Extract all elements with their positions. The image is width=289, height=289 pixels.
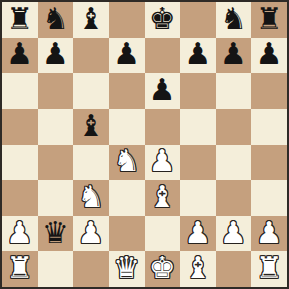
square-f8[interactable]	[180, 2, 216, 38]
square-a7[interactable]: ♟	[2, 38, 38, 74]
square-f5[interactable]	[180, 109, 216, 145]
square-c3[interactable]: ♞	[73, 180, 109, 216]
square-d2[interactable]	[109, 216, 145, 252]
square-f3[interactable]	[180, 180, 216, 216]
piece-black-pawn[interactable]: ♟	[256, 39, 283, 69]
square-c7[interactable]	[73, 38, 109, 74]
square-g3[interactable]	[216, 180, 252, 216]
square-c1[interactable]	[73, 251, 109, 287]
square-e8[interactable]: ♚	[145, 2, 181, 38]
square-b8[interactable]: ♞	[38, 2, 74, 38]
piece-white-pawn[interactable]: ♟	[6, 218, 33, 248]
piece-black-knight[interactable]: ♞	[42, 4, 69, 34]
piece-black-pawn[interactable]: ♟	[184, 39, 211, 69]
square-g5[interactable]	[216, 109, 252, 145]
square-h7[interactable]: ♟	[251, 38, 287, 74]
square-d5[interactable]	[109, 109, 145, 145]
square-c5[interactable]: ♝	[73, 109, 109, 145]
square-f4[interactable]	[180, 145, 216, 181]
piece-white-pawn[interactable]: ♟	[220, 218, 247, 248]
square-b7[interactable]: ♟	[38, 38, 74, 74]
piece-white-pawn[interactable]: ♟	[184, 218, 211, 248]
square-e7[interactable]	[145, 38, 181, 74]
square-e2[interactable]	[145, 216, 181, 252]
piece-black-pawn[interactable]: ♟	[149, 75, 176, 105]
square-b2[interactable]: ♛	[38, 216, 74, 252]
piece-white-knight[interactable]: ♞	[78, 182, 105, 212]
square-d1[interactable]: ♛	[109, 251, 145, 287]
square-e4[interactable]: ♟	[145, 145, 181, 181]
square-d8[interactable]	[109, 2, 145, 38]
piece-black-pawn[interactable]: ♟	[220, 39, 247, 69]
square-h1[interactable]: ♜	[251, 251, 287, 287]
square-g8[interactable]: ♞	[216, 2, 252, 38]
piece-black-pawn[interactable]: ♟	[42, 39, 69, 69]
square-a6[interactable]	[2, 73, 38, 109]
piece-white-bishop[interactable]: ♝	[184, 253, 211, 283]
piece-white-queen[interactable]: ♛	[113, 253, 140, 283]
square-b6[interactable]	[38, 73, 74, 109]
square-b5[interactable]	[38, 109, 74, 145]
piece-white-bishop[interactable]: ♝	[149, 182, 176, 212]
square-h8[interactable]: ♜	[251, 2, 287, 38]
square-g1[interactable]	[216, 251, 252, 287]
square-a1[interactable]: ♜	[2, 251, 38, 287]
square-e5[interactable]	[145, 109, 181, 145]
square-e1[interactable]: ♚	[145, 251, 181, 287]
square-d7[interactable]: ♟	[109, 38, 145, 74]
square-c2[interactable]: ♟	[73, 216, 109, 252]
square-g2[interactable]: ♟	[216, 216, 252, 252]
square-b4[interactable]	[38, 145, 74, 181]
square-a3[interactable]	[2, 180, 38, 216]
square-e3[interactable]: ♝	[145, 180, 181, 216]
piece-black-king[interactable]: ♚	[149, 4, 176, 34]
square-b1[interactable]	[38, 251, 74, 287]
piece-black-bishop[interactable]: ♝	[78, 111, 105, 141]
square-d6[interactable]	[109, 73, 145, 109]
square-f6[interactable]	[180, 73, 216, 109]
chess-board: ♜♞♝♚♞♜♟♟♟♟♟♟♟♝♞♟♞♝♟♛♟♟♟♟♜♛♚♝♜	[2, 2, 287, 287]
piece-black-bishop[interactable]: ♝	[78, 4, 105, 34]
piece-white-pawn[interactable]: ♟	[256, 218, 283, 248]
square-g6[interactable]	[216, 73, 252, 109]
square-c8[interactable]: ♝	[73, 2, 109, 38]
square-a5[interactable]	[2, 109, 38, 145]
square-f2[interactable]: ♟	[180, 216, 216, 252]
piece-white-king[interactable]: ♚	[149, 253, 176, 283]
square-f1[interactable]: ♝	[180, 251, 216, 287]
square-h3[interactable]	[251, 180, 287, 216]
piece-black-pawn[interactable]: ♟	[6, 39, 33, 69]
piece-black-rook[interactable]: ♜	[256, 4, 283, 34]
piece-white-rook[interactable]: ♜	[256, 253, 283, 283]
chess-board-frame: ♜♞♝♚♞♜♟♟♟♟♟♟♟♝♞♟♞♝♟♛♟♟♟♟♜♛♚♝♜	[0, 0, 289, 289]
square-c6[interactable]	[73, 73, 109, 109]
square-h2[interactable]: ♟	[251, 216, 287, 252]
square-f7[interactable]: ♟	[180, 38, 216, 74]
piece-black-pawn[interactable]: ♟	[113, 39, 140, 69]
piece-black-queen[interactable]: ♛	[42, 218, 69, 248]
piece-white-pawn[interactable]: ♟	[149, 146, 176, 176]
piece-white-rook[interactable]: ♜	[6, 253, 33, 283]
square-h4[interactable]	[251, 145, 287, 181]
piece-black-knight[interactable]: ♞	[220, 4, 247, 34]
piece-black-rook[interactable]: ♜	[6, 4, 33, 34]
square-d4[interactable]: ♞	[109, 145, 145, 181]
square-c4[interactable]	[73, 145, 109, 181]
square-g4[interactable]	[216, 145, 252, 181]
square-b3[interactable]	[38, 180, 74, 216]
square-a2[interactable]: ♟	[2, 216, 38, 252]
piece-white-knight[interactable]: ♞	[113, 146, 140, 176]
square-a4[interactable]	[2, 145, 38, 181]
square-h5[interactable]	[251, 109, 287, 145]
square-e6[interactable]: ♟	[145, 73, 181, 109]
piece-white-pawn[interactable]: ♟	[78, 218, 105, 248]
square-h6[interactable]	[251, 73, 287, 109]
square-d3[interactable]	[109, 180, 145, 216]
square-g7[interactable]: ♟	[216, 38, 252, 74]
square-a8[interactable]: ♜	[2, 2, 38, 38]
